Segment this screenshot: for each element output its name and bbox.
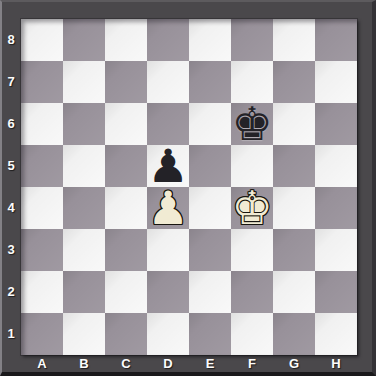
square-d3[interactable]	[147, 229, 189, 271]
rank-label-3: 3	[2, 229, 20, 271]
square-c5[interactable]	[105, 145, 147, 187]
square-c2[interactable]	[105, 271, 147, 313]
square-g3[interactable]	[273, 229, 315, 271]
square-b6[interactable]	[63, 103, 105, 145]
rank-label-7: 7	[2, 61, 20, 103]
square-g4[interactable]	[273, 187, 315, 229]
file-label-c: C	[105, 355, 147, 373]
square-c8[interactable]	[105, 19, 147, 61]
square-d2[interactable]	[147, 271, 189, 313]
square-g2[interactable]	[273, 271, 315, 313]
square-a6[interactable]	[21, 103, 63, 145]
file-label-b: B	[63, 355, 105, 373]
square-a5[interactable]	[21, 145, 63, 187]
square-h7[interactable]	[315, 61, 357, 103]
square-h3[interactable]	[315, 229, 357, 271]
square-e3[interactable]	[189, 229, 231, 271]
square-e4[interactable]	[189, 187, 231, 229]
file-label-a: A	[21, 355, 63, 373]
white-king[interactable]: ♚	[231, 187, 273, 229]
file-label-f: F	[231, 355, 273, 373]
square-a8[interactable]	[21, 19, 63, 61]
square-e6[interactable]	[189, 103, 231, 145]
square-c3[interactable]	[105, 229, 147, 271]
rank-label-1: 1	[2, 313, 20, 355]
square-g7[interactable]	[273, 61, 315, 103]
square-f3[interactable]	[231, 229, 273, 271]
square-e8[interactable]	[189, 19, 231, 61]
square-a4[interactable]	[21, 187, 63, 229]
square-h5[interactable]	[315, 145, 357, 187]
file-label-g: G	[273, 355, 315, 373]
square-d1[interactable]	[147, 313, 189, 355]
square-g5[interactable]	[273, 145, 315, 187]
square-c1[interactable]	[105, 313, 147, 355]
square-e1[interactable]	[189, 313, 231, 355]
square-b4[interactable]	[63, 187, 105, 229]
square-c6[interactable]	[105, 103, 147, 145]
white-pawn[interactable]: ♟	[147, 187, 189, 229]
square-c4[interactable]	[105, 187, 147, 229]
square-h8[interactable]	[315, 19, 357, 61]
square-a3[interactable]	[21, 229, 63, 271]
rank-label-8: 8	[2, 19, 20, 61]
square-d7[interactable]	[147, 61, 189, 103]
square-e7[interactable]	[189, 61, 231, 103]
file-label-e: E	[189, 355, 231, 373]
rank-label-4: 4	[2, 187, 20, 229]
square-h4[interactable]	[315, 187, 357, 229]
chess-diagram: ♚♟♟♚ 87654321 ABCDEFGH	[0, 0, 376, 376]
file-label-h: H	[315, 355, 357, 373]
square-e2[interactable]	[189, 271, 231, 313]
black-king[interactable]: ♚	[231, 103, 273, 145]
square-b5[interactable]	[63, 145, 105, 187]
square-b3[interactable]	[63, 229, 105, 271]
square-f4[interactable]: ♚	[231, 187, 273, 229]
square-a7[interactable]	[21, 61, 63, 103]
square-d4[interactable]: ♟	[147, 187, 189, 229]
chess-board: ♚♟♟♚	[21, 19, 357, 355]
square-a1[interactable]	[21, 313, 63, 355]
square-g6[interactable]	[273, 103, 315, 145]
square-a2[interactable]	[21, 271, 63, 313]
square-e5[interactable]	[189, 145, 231, 187]
square-c7[interactable]	[105, 61, 147, 103]
square-g1[interactable]	[273, 313, 315, 355]
square-b1[interactable]	[63, 313, 105, 355]
square-f2[interactable]	[231, 271, 273, 313]
square-h6[interactable]	[315, 103, 357, 145]
square-f1[interactable]	[231, 313, 273, 355]
square-f6[interactable]: ♚	[231, 103, 273, 145]
file-label-d: D	[147, 355, 189, 373]
rank-label-5: 5	[2, 145, 20, 187]
rank-label-2: 2	[2, 271, 20, 313]
rank-label-6: 6	[2, 103, 20, 145]
square-b8[interactable]	[63, 19, 105, 61]
square-h2[interactable]	[315, 271, 357, 313]
square-g8[interactable]	[273, 19, 315, 61]
square-h1[interactable]	[315, 313, 357, 355]
square-f8[interactable]	[231, 19, 273, 61]
square-b2[interactable]	[63, 271, 105, 313]
square-d8[interactable]	[147, 19, 189, 61]
square-b7[interactable]	[63, 61, 105, 103]
